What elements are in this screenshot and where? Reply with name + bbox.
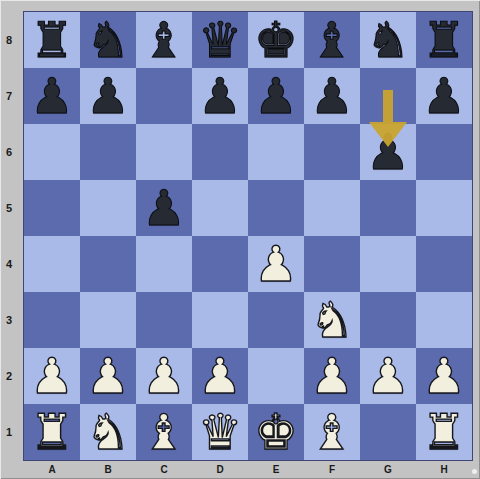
square-b4[interactable] [80, 236, 136, 292]
piece-white-rook[interactable]: ♜ [416, 404, 472, 460]
piece-white-pawn[interactable]: ♟ [416, 348, 472, 404]
square-g3[interactable] [360, 292, 416, 348]
square-f6[interactable] [304, 124, 360, 180]
square-h4[interactable] [416, 236, 472, 292]
piece-black-queen[interactable]: ♛ [192, 12, 248, 68]
square-b5[interactable] [80, 180, 136, 236]
piece-black-king[interactable]: ♚ [248, 12, 304, 68]
rank-label-3: 3 [0, 292, 18, 348]
square-b1[interactable]: ♞ [80, 404, 136, 460]
piece-white-pawn[interactable]: ♟ [360, 348, 416, 404]
piece-black-pawn[interactable]: ♟ [360, 124, 416, 180]
piece-black-bishop[interactable]: ♝ [136, 12, 192, 68]
square-g2[interactable]: ♟ [360, 348, 416, 404]
square-b7[interactable]: ♟ [80, 68, 136, 124]
square-h1[interactable]: ♜ [416, 404, 472, 460]
square-c2[interactable]: ♟ [136, 348, 192, 404]
file-labels: ABCDEFGH [24, 461, 472, 479]
rank-label-5: 5 [0, 180, 18, 236]
square-f5[interactable] [304, 180, 360, 236]
square-a3[interactable] [24, 292, 80, 348]
square-g1[interactable] [360, 404, 416, 460]
square-c6[interactable] [136, 124, 192, 180]
file-label-b: B [80, 461, 136, 477]
piece-white-queen[interactable]: ♛ [192, 404, 248, 460]
square-a7[interactable]: ♟ [24, 68, 80, 124]
piece-black-pawn[interactable]: ♟ [304, 68, 360, 124]
rank-label-7: 7 [0, 68, 18, 124]
file-label-g: G [360, 461, 416, 477]
file-label-h: H [416, 461, 472, 477]
square-e2[interactable] [248, 348, 304, 404]
rank-label-1: 1 [0, 404, 18, 460]
square-a5[interactable] [24, 180, 80, 236]
piece-white-pawn[interactable]: ♟ [248, 236, 304, 292]
square-f4[interactable] [304, 236, 360, 292]
square-e6[interactable] [248, 124, 304, 180]
square-g8[interactable]: ♞ [360, 12, 416, 68]
piece-white-king[interactable]: ♚ [248, 404, 304, 460]
piece-white-pawn[interactable]: ♟ [136, 348, 192, 404]
square-b8[interactable]: ♞ [80, 12, 136, 68]
piece-black-pawn[interactable]: ♟ [80, 68, 136, 124]
square-d5[interactable] [192, 180, 248, 236]
square-g7[interactable] [360, 68, 416, 124]
piece-black-knight[interactable]: ♞ [360, 12, 416, 68]
file-label-e: E [248, 461, 304, 477]
square-h7[interactable]: ♟ [416, 68, 472, 124]
piece-black-pawn[interactable]: ♟ [24, 68, 80, 124]
square-h8[interactable]: ♜ [416, 12, 472, 68]
rank-label-6: 6 [0, 124, 18, 180]
piece-black-rook[interactable]: ♜ [24, 12, 80, 68]
resize-grip-dot [472, 469, 477, 474]
file-label-d: D [192, 461, 248, 477]
square-h5[interactable] [416, 180, 472, 236]
square-e1[interactable]: ♚ [248, 404, 304, 460]
square-b3[interactable] [80, 292, 136, 348]
file-label-f: F [304, 461, 360, 477]
square-c3[interactable] [136, 292, 192, 348]
square-d2[interactable]: ♟ [192, 348, 248, 404]
square-f8[interactable]: ♝ [304, 12, 360, 68]
square-d8[interactable]: ♛ [192, 12, 248, 68]
square-c1[interactable]: ♝ [136, 404, 192, 460]
square-g6[interactable]: ♟ [360, 124, 416, 180]
piece-white-knight[interactable]: ♞ [80, 404, 136, 460]
chess-app-frame: 87654321 ♜♞♝♛♚♝♞♜♟♟♟♟♟♟♟♟♟♞♟♟♟♟♟♟♟♜♞♝♛♚♝… [0, 0, 480, 479]
square-a4[interactable] [24, 236, 80, 292]
piece-white-pawn[interactable]: ♟ [24, 348, 80, 404]
piece-black-pawn[interactable]: ♟ [416, 68, 472, 124]
piece-white-bishop[interactable]: ♝ [304, 404, 360, 460]
square-h6[interactable] [416, 124, 472, 180]
square-e7[interactable]: ♟ [248, 68, 304, 124]
square-h3[interactable] [416, 292, 472, 348]
square-h2[interactable]: ♟ [416, 348, 472, 404]
square-c5[interactable]: ♟ [136, 180, 192, 236]
square-e4[interactable]: ♟ [248, 236, 304, 292]
square-f7[interactable]: ♟ [304, 68, 360, 124]
square-a1[interactable]: ♜ [24, 404, 80, 460]
piece-black-pawn[interactable]: ♟ [248, 68, 304, 124]
square-f1[interactable]: ♝ [304, 404, 360, 460]
square-e3[interactable] [248, 292, 304, 348]
piece-black-bishop[interactable]: ♝ [304, 12, 360, 68]
square-d6[interactable] [192, 124, 248, 180]
square-d1[interactable]: ♛ [192, 404, 248, 460]
rank-label-2: 2 [0, 348, 18, 404]
piece-white-knight[interactable]: ♞ [304, 292, 360, 348]
square-c8[interactable]: ♝ [136, 12, 192, 68]
piece-white-pawn[interactable]: ♟ [192, 348, 248, 404]
rank-label-4: 4 [0, 236, 18, 292]
piece-black-rook[interactable]: ♜ [416, 12, 472, 68]
square-d3[interactable] [192, 292, 248, 348]
file-label-c: C [136, 461, 192, 477]
square-a8[interactable]: ♜ [24, 12, 80, 68]
square-f2[interactable]: ♟ [304, 348, 360, 404]
piece-white-bishop[interactable]: ♝ [136, 404, 192, 460]
piece-white-rook[interactable]: ♜ [24, 404, 80, 460]
square-c7[interactable] [136, 68, 192, 124]
square-d4[interactable] [192, 236, 248, 292]
square-e8[interactable]: ♚ [248, 12, 304, 68]
square-c4[interactable] [136, 236, 192, 292]
square-f3[interactable]: ♞ [304, 292, 360, 348]
chess-board[interactable]: ♜♞♝♛♚♝♞♜♟♟♟♟♟♟♟♟♟♞♟♟♟♟♟♟♟♜♞♝♛♚♝♜ [23, 11, 473, 461]
piece-black-knight[interactable]: ♞ [80, 12, 136, 68]
square-d7[interactable]: ♟ [192, 68, 248, 124]
rank-labels: 87654321 [0, 12, 22, 460]
square-g4[interactable] [360, 236, 416, 292]
square-b6[interactable] [80, 124, 136, 180]
file-label-a: A [24, 461, 80, 477]
square-b2[interactable]: ♟ [80, 348, 136, 404]
piece-white-pawn[interactable]: ♟ [80, 348, 136, 404]
piece-black-pawn[interactable]: ♟ [136, 180, 192, 236]
square-g5[interactable] [360, 180, 416, 236]
square-e5[interactable] [248, 180, 304, 236]
square-a6[interactable] [24, 124, 80, 180]
piece-white-pawn[interactable]: ♟ [304, 348, 360, 404]
rank-label-8: 8 [0, 12, 18, 68]
square-a2[interactable]: ♟ [24, 348, 80, 404]
piece-black-pawn[interactable]: ♟ [192, 68, 248, 124]
